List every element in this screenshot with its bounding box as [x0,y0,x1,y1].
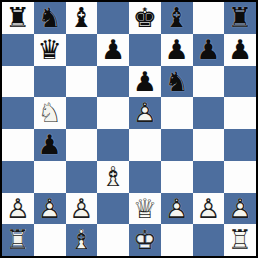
piece-black-pawn[interactable]: ♟ [161,34,193,66]
square-e3[interactable] [129,161,161,193]
piece-solid-layer: ♚ [129,2,161,34]
piece-white-pawn[interactable]: ♟♙ [224,193,256,225]
square-a5[interactable] [2,97,34,129]
square-f3[interactable] [161,161,193,193]
piece-white-queen[interactable]: ♛♕ [129,193,161,225]
square-c7[interactable] [66,34,98,66]
square-b7[interactable]: ♛ [34,34,66,66]
square-d1[interactable] [97,224,129,256]
square-f4[interactable] [161,129,193,161]
piece-solid-layer: ♜ [2,2,34,34]
square-g7[interactable]: ♟ [193,34,225,66]
piece-black-pawn[interactable]: ♟ [34,129,66,161]
piece-black-rook[interactable]: ♜ [224,2,256,34]
square-g3[interactable] [193,161,225,193]
square-c5[interactable] [66,97,98,129]
piece-solid-layer: ♞ [34,2,66,34]
square-a3[interactable] [2,161,34,193]
piece-solid-layer: ♟ [97,34,129,66]
square-e4[interactable] [129,129,161,161]
square-d8[interactable] [97,2,129,34]
square-c4[interactable] [66,129,98,161]
square-b4[interactable]: ♟ [34,129,66,161]
square-e1[interactable]: ♚♔ [129,224,161,256]
piece-white-pawn[interactable]: ♟♙ [66,193,98,225]
piece-outline-layer: ♗ [97,161,129,193]
chess-board-frame: ♜♞♝♚♝♜♛♟♟♟♟♟♞♞♘♟♙♟♝♗♟♙♟♙♟♙♛♕♟♙♟♙♟♙♜♖♝♗♚♔… [0,0,258,258]
square-c1[interactable]: ♝♗ [66,224,98,256]
square-b5[interactable]: ♞♘ [34,97,66,129]
piece-outline-layer: ♙ [34,193,66,225]
piece-black-pawn[interactable]: ♟ [129,66,161,98]
piece-outline-layer: ♙ [161,193,193,225]
piece-outline-layer: ♙ [2,193,34,225]
piece-solid-layer: ♟ [193,34,225,66]
square-h3[interactable] [224,161,256,193]
square-e5[interactable]: ♟♙ [129,97,161,129]
piece-outline-layer: ♗ [66,224,98,256]
piece-black-bishop[interactable]: ♝ [161,2,193,34]
piece-white-pawn[interactable]: ♟♙ [129,97,161,129]
square-b8[interactable]: ♞ [34,2,66,34]
square-f7[interactable]: ♟ [161,34,193,66]
piece-black-bishop[interactable]: ♝ [66,2,98,34]
square-h6[interactable] [224,66,256,98]
piece-outline-layer: ♘ [34,97,66,129]
piece-solid-layer: ♜ [224,2,256,34]
piece-solid-layer: ♟ [161,34,193,66]
square-c2[interactable]: ♟♙ [66,193,98,225]
square-e6[interactable]: ♟ [129,66,161,98]
square-h8[interactable]: ♜ [224,2,256,34]
square-g1[interactable] [193,224,225,256]
square-b2[interactable]: ♟♙ [34,193,66,225]
square-h5[interactable] [224,97,256,129]
square-d5[interactable] [97,97,129,129]
piece-white-king[interactable]: ♚♔ [129,224,161,256]
piece-outline-layer: ♖ [224,224,256,256]
piece-solid-layer: ♝ [161,2,193,34]
square-h2[interactable]: ♟♙ [224,193,256,225]
square-f6[interactable]: ♞ [161,66,193,98]
square-g6[interactable] [193,66,225,98]
piece-white-pawn[interactable]: ♟♙ [34,193,66,225]
piece-outline-layer: ♙ [129,97,161,129]
piece-black-knight[interactable]: ♞ [34,2,66,34]
piece-outline-layer: ♙ [224,193,256,225]
piece-outline-layer: ♙ [66,193,98,225]
piece-white-pawn[interactable]: ♟♙ [161,193,193,225]
piece-black-rook[interactable]: ♜ [2,2,34,34]
square-e7[interactable] [129,34,161,66]
piece-black-pawn[interactable]: ♟ [193,34,225,66]
piece-outline-layer: ♔ [129,224,161,256]
square-h1[interactable]: ♜♖ [224,224,256,256]
piece-white-rook[interactable]: ♜♖ [224,224,256,256]
piece-solid-layer: ♛ [34,34,66,66]
piece-white-bishop[interactable]: ♝♗ [66,224,98,256]
square-a7[interactable] [2,34,34,66]
square-d2[interactable] [97,193,129,225]
piece-solid-layer: ♝ [66,2,98,34]
piece-black-pawn[interactable]: ♟ [224,34,256,66]
square-g4[interactable] [193,129,225,161]
square-e2[interactable]: ♛♕ [129,193,161,225]
square-a8[interactable]: ♜ [2,2,34,34]
square-f2[interactable]: ♟♙ [161,193,193,225]
piece-outline-layer: ♕ [129,193,161,225]
piece-white-pawn[interactable]: ♟♙ [193,193,225,225]
piece-solid-layer: ♟ [224,34,256,66]
piece-white-bishop[interactable]: ♝♗ [97,161,129,193]
square-h7[interactable]: ♟ [224,34,256,66]
piece-white-pawn[interactable]: ♟♙ [2,193,34,225]
square-a1[interactable]: ♜♖ [2,224,34,256]
square-c6[interactable] [66,66,98,98]
square-c8[interactable]: ♝ [66,2,98,34]
square-h4[interactable] [224,129,256,161]
piece-white-rook[interactable]: ♜♖ [2,224,34,256]
piece-black-queen[interactable]: ♛ [34,34,66,66]
piece-black-pawn[interactable]: ♟ [97,34,129,66]
square-a6[interactable] [2,66,34,98]
piece-solid-layer: ♞ [161,66,193,98]
square-d7[interactable]: ♟ [97,34,129,66]
square-a4[interactable] [2,129,34,161]
piece-black-king[interactable]: ♚ [129,2,161,34]
square-g8[interactable] [193,2,225,34]
piece-white-knight[interactable]: ♞♘ [34,97,66,129]
square-b1[interactable] [34,224,66,256]
square-f8[interactable]: ♝ [161,2,193,34]
chess-board: ♜♞♝♚♝♜♛♟♟♟♟♟♞♞♘♟♙♟♝♗♟♙♟♙♟♙♛♕♟♙♟♙♟♙♜♖♝♗♚♔… [2,2,256,256]
square-b3[interactable] [34,161,66,193]
square-f5[interactable] [161,97,193,129]
square-g2[interactable]: ♟♙ [193,193,225,225]
piece-black-knight[interactable]: ♞ [161,66,193,98]
square-c3[interactable] [66,161,98,193]
square-d6[interactable] [97,66,129,98]
square-a2[interactable]: ♟♙ [2,193,34,225]
square-f1[interactable] [161,224,193,256]
piece-outline-layer: ♙ [193,193,225,225]
piece-outline-layer: ♖ [2,224,34,256]
square-b6[interactable] [34,66,66,98]
piece-solid-layer: ♟ [34,129,66,161]
square-d4[interactable] [97,129,129,161]
square-d3[interactable]: ♝♗ [97,161,129,193]
square-e8[interactable]: ♚ [129,2,161,34]
square-g5[interactable] [193,97,225,129]
piece-solid-layer: ♟ [129,66,161,98]
